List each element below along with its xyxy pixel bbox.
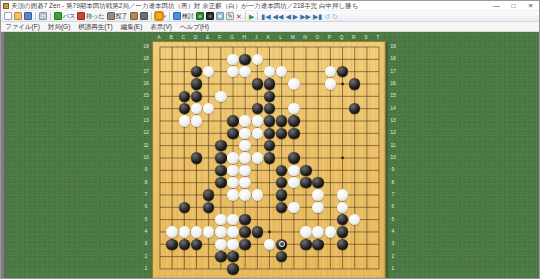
col-label-B: B — [169, 34, 172, 39]
white-stone-button-icon: ● — [216, 12, 224, 20]
black-stone-K13 — [264, 115, 276, 127]
row-label-left-17: 17 — [143, 68, 149, 73]
row-label-right-13: 13 — [390, 117, 396, 122]
row-label-right-10: 10 — [390, 154, 396, 159]
menu-item-0[interactable]: ファイル(F) — [5, 22, 40, 32]
black-stone-B3 — [166, 239, 178, 251]
row-label-right-17: 17 — [390, 68, 396, 73]
white-stone-H9 — [239, 165, 251, 177]
col-label-L: L — [279, 34, 282, 39]
pass-button-label: パス — [63, 12, 75, 21]
toolbar-separator — [245, 12, 246, 20]
nav-forward-button[interactable]: ▶ — [292, 12, 299, 21]
app-icon — [3, 3, 9, 9]
black-stone-M10 — [288, 152, 300, 164]
toolbar-separator — [35, 12, 36, 20]
nav-back10-button[interactable]: ◀◀ — [272, 12, 285, 21]
delete-button[interactable]: ✕ — [235, 12, 243, 21]
row-label-right-16: 16 — [390, 80, 396, 85]
col-label-A: A — [157, 34, 160, 39]
white-stone-M16 — [288, 78, 300, 90]
toolbar-separator — [257, 12, 258, 20]
white-stone-J12 — [252, 128, 264, 140]
black-stone-button[interactable]: ● — [205, 12, 215, 21]
toolbar-separator — [151, 12, 152, 20]
menubar: ファイル(F)対局(G)棋譜再生(T)編集(E)表示(V)ヘルプ(H) — [1, 22, 539, 32]
black-stone-F10 — [215, 152, 227, 164]
black-stone-M12 — [288, 128, 300, 140]
analyze-button[interactable]: 検討 — [172, 12, 195, 21]
white-stone-P4 — [325, 226, 337, 238]
white-stone-P16 — [325, 78, 337, 90]
black-stone-J4 — [252, 226, 264, 238]
white-stone-H10 — [239, 152, 251, 164]
menu-item-4[interactable]: 表示(V) — [150, 22, 172, 32]
white-stone-G17 — [227, 66, 239, 78]
black-stone-H18 — [239, 54, 251, 66]
black-stone-L7 — [276, 189, 288, 201]
black-stone-C3 — [179, 239, 191, 251]
analyze-button-label: 検討 — [182, 12, 194, 21]
row-label-right-7: 7 — [392, 191, 395, 196]
white-stone-M6 — [288, 202, 300, 214]
rotate-right-button-icon: ↻ — [332, 12, 338, 21]
black-stone-G2 — [227, 251, 239, 263]
edit-pencil-button[interactable]: ✎ — [225, 12, 235, 21]
black-stone-R16 — [349, 78, 361, 90]
black-stone-K16 — [264, 78, 276, 90]
col-label-D: D — [194, 34, 198, 39]
row-label-right-15: 15 — [390, 93, 396, 98]
white-stone-Q7 — [337, 189, 349, 201]
undo-move-button[interactable]: 待った — [76, 12, 105, 21]
row-label-right-1: 1 — [392, 265, 395, 270]
white-stone-M8 — [288, 177, 300, 189]
rotate-left-button-icon: ↺ — [324, 12, 330, 21]
black-stone-N9 — [300, 165, 312, 177]
white-stone-J7 — [252, 189, 264, 201]
open-file-button[interactable] — [13, 12, 23, 21]
black-stone-E7 — [203, 189, 215, 201]
row-label-left-7: 7 — [145, 191, 148, 196]
black-stone-G1 — [227, 263, 239, 275]
white-stone-J13 — [252, 115, 264, 127]
row-label-left-6: 6 — [145, 204, 148, 209]
white-stone-M14 — [288, 103, 300, 115]
black-stone-J16 — [252, 78, 264, 90]
col-label-G: G — [230, 34, 234, 39]
play-button[interactable]: ▶ — [248, 12, 255, 21]
white-stone-E4 — [203, 226, 215, 238]
territory-button-icon — [130, 12, 138, 20]
rotate-right-button[interactable]: ↻ — [331, 12, 339, 21]
row-label-left-3: 3 — [145, 241, 148, 246]
app-window: 天頂の囲碁7 Zen - 第79期本因坊戦第2局／一力遼本因坊（黒）対 余正麒（… — [0, 0, 540, 279]
white-stone-F15 — [215, 91, 227, 103]
resign-button-icon — [107, 12, 115, 20]
pass-button-icon — [54, 12, 62, 20]
row-label-left-1: 1 — [145, 265, 148, 270]
white-stone-M9 — [288, 165, 300, 177]
white-stone-D13 — [191, 115, 203, 127]
white-stone-G4 — [227, 226, 239, 238]
col-label-K: K — [267, 34, 270, 39]
row-label-left-14: 14 — [143, 105, 149, 110]
row-label-right-5: 5 — [392, 216, 395, 221]
black-stone-G12 — [227, 128, 239, 140]
black-stone-O3 — [312, 239, 324, 251]
col-label-T: T — [377, 34, 380, 39]
white-stone-O4 — [312, 226, 324, 238]
nav-forward-button-icon: ▶ — [293, 12, 298, 21]
maximize-button[interactable]: □ — [505, 1, 522, 11]
row-label-left-2: 2 — [145, 253, 148, 258]
row-label-right-4: 4 — [392, 228, 395, 233]
save-button[interactable] — [23, 12, 33, 21]
black-stone-F2 — [215, 251, 227, 263]
col-label-O: O — [315, 34, 319, 39]
row-label-left-16: 16 — [143, 80, 149, 85]
row-label-left-11: 11 — [143, 142, 148, 147]
white-stone-G18 — [227, 54, 239, 66]
delete-button-icon: ✕ — [236, 12, 242, 21]
left-panel-edge — [1, 32, 5, 278]
nav-back-button[interactable]: ◀ — [284, 12, 291, 21]
white-stone-J18 — [252, 54, 264, 66]
menu-item-3[interactable]: 編集(E) — [121, 22, 143, 32]
white-stone-C4 — [179, 226, 191, 238]
black-stone-F8 — [215, 177, 227, 189]
edit-pencil-button-icon: ✎ — [226, 12, 234, 20]
col-label-M: M — [291, 34, 295, 39]
white-stone-G8 — [227, 177, 239, 189]
row-label-right-19: 19 — [390, 44, 396, 49]
undo-move-button-label: 待った — [86, 12, 104, 21]
rotate-left-button[interactable]: ↺ — [323, 12, 331, 21]
row-label-left-10: 10 — [143, 154, 149, 159]
black-stone-L13 — [276, 115, 288, 127]
row-label-right-8: 8 — [392, 179, 395, 184]
open-file-button-icon — [14, 12, 22, 20]
white-stone-H12 — [239, 128, 251, 140]
dropdown-caret-icon: ▾ — [164, 13, 167, 19]
print-button-icon: ▭ — [39, 12, 47, 20]
nav-fwd10-button-icon: ▶▶ — [300, 12, 311, 21]
game-info-button-icon — [155, 12, 163, 20]
print-button[interactable]: ▭ — [38, 12, 48, 21]
black-stone-button-icon: ● — [206, 12, 214, 20]
menu-item-5[interactable]: ヘルプ(H) — [180, 22, 209, 32]
nav-first-button[interactable]: ▮◀ — [260, 12, 271, 21]
new-file-button[interactable] — [3, 12, 13, 21]
white-stone-C13 — [179, 115, 191, 127]
minimize-button[interactable]: — — [488, 1, 505, 11]
col-label-C: C — [182, 34, 186, 39]
hint-button-icon: ● — [196, 12, 204, 20]
black-stone-K10 — [264, 152, 276, 164]
row-label-left-5: 5 — [145, 216, 148, 221]
nav-last-button-icon: ▶▮ — [313, 12, 322, 21]
nav-fwd10-button[interactable]: ▶▶ — [299, 12, 312, 21]
row-label-right-2: 2 — [392, 253, 395, 258]
row-label-right-3: 3 — [392, 241, 395, 246]
row-label-left-4: 4 — [145, 228, 148, 233]
menu-item-2[interactable]: 棋譜再生(T) — [78, 22, 112, 32]
row-label-right-14: 14 — [390, 105, 396, 110]
analyze-button-icon — [173, 12, 181, 20]
nav-last-button[interactable]: ▶▮ — [312, 12, 323, 21]
white-stone-N4 — [300, 226, 312, 238]
white-stone-O6 — [312, 202, 324, 214]
territory-button[interactable] — [129, 12, 139, 21]
close-button[interactable]: ✕ — [522, 1, 539, 11]
black-stone-H3 — [239, 239, 251, 251]
resign-button[interactable]: 投了 — [106, 12, 129, 21]
white-stone-J10 — [252, 152, 264, 164]
black-stone-D10 — [191, 152, 203, 164]
new-file-button-icon — [4, 12, 12, 20]
row-label-left-18: 18 — [143, 56, 149, 61]
col-label-N: N — [303, 34, 307, 39]
play-button-icon: ▶ — [249, 12, 254, 21]
white-stone-O7 — [312, 189, 324, 201]
black-stone-F9 — [215, 165, 227, 177]
save-button-icon — [24, 12, 32, 20]
row-label-left-19: 19 — [143, 44, 149, 49]
black-stone-Q4 — [337, 226, 349, 238]
toolbar-separator — [169, 12, 170, 20]
titlebar: 天頂の囲碁7 Zen - 第79期本因坊戦第2局／一力遼本因坊（黒）対 余正麒（… — [1, 1, 539, 11]
col-label-H: H — [242, 34, 246, 39]
last-move-marker — [279, 241, 285, 247]
black-stone-G13 — [227, 115, 239, 127]
undo-move-button-icon — [77, 12, 85, 20]
black-stone-N3 — [300, 239, 312, 251]
black-stone-M13 — [288, 115, 300, 127]
white-stone-H13 — [239, 115, 251, 127]
col-label-F: F — [218, 34, 221, 39]
row-label-left-12: 12 — [143, 130, 149, 135]
col-label-P: P — [328, 34, 331, 39]
black-stone-H4 — [239, 226, 251, 238]
nav-back10-button-icon: ◀◀ — [273, 12, 284, 21]
white-stone-G9 — [227, 165, 239, 177]
count-button[interactable] — [139, 12, 149, 21]
black-stone-D16 — [191, 78, 203, 90]
row-label-left-9: 9 — [145, 167, 148, 172]
black-stone-N8 — [300, 177, 312, 189]
white-stone-G5 — [227, 214, 239, 226]
white-stone-G10 — [227, 152, 239, 164]
row-label-right-11: 11 — [390, 142, 395, 147]
white-stone-H7 — [239, 189, 251, 201]
white-stone-G7 — [227, 189, 239, 201]
resign-button-label: 投了 — [116, 12, 128, 21]
black-stone-F11 — [215, 140, 227, 152]
window-title: 天頂の囲碁7 Zen - 第79期本因坊戦第2局／一力遼本因坊（黒）対 余正麒（… — [11, 1, 486, 11]
pass-button[interactable]: パス — [53, 12, 76, 21]
col-label-J: J — [255, 34, 258, 39]
col-label-S: S — [364, 34, 367, 39]
white-stone-B4 — [166, 226, 178, 238]
nav-first-button-icon: ▮◀ — [261, 12, 270, 21]
white-stone-F5 — [215, 214, 227, 226]
board-area: ABCDEFGHJKLMNOPQRST191918181717161615151… — [1, 32, 539, 278]
count-button-icon — [140, 12, 148, 20]
row-label-right-9: 9 — [392, 167, 395, 172]
col-label-Q: Q — [340, 34, 344, 39]
toolbar: ▭パス待った投了▾検討●●●✎✕▶▮◀◀◀◀▶▶▶▶▮↺↻ — [1, 11, 539, 22]
row-label-right-12: 12 — [390, 130, 396, 135]
row-label-left-15: 15 — [143, 93, 149, 98]
row-label-left-8: 8 — [145, 179, 148, 184]
go-board[interactable] — [152, 41, 386, 279]
menu-item-1[interactable]: 対局(G) — [48, 22, 70, 32]
nav-back-button-icon: ◀ — [285, 12, 290, 21]
white-stone-G3 — [227, 239, 239, 251]
toolbar-separator — [50, 12, 51, 20]
row-label-right-18: 18 — [390, 56, 396, 61]
black-stone-C15 — [179, 91, 191, 103]
white-stone-F3 — [215, 239, 227, 251]
white-stone-D4 — [191, 226, 203, 238]
black-stone-C6 — [179, 202, 191, 214]
game-info-button[interactable]: ▾ — [154, 12, 168, 21]
window-controls: — □ ✕ — [488, 1, 539, 11]
hint-button[interactable]: ● — [195, 12, 205, 21]
col-label-R: R — [352, 34, 356, 39]
row-label-left-13: 13 — [143, 117, 149, 122]
white-stone-button[interactable]: ● — [215, 12, 225, 21]
white-stone-F4 — [215, 226, 227, 238]
row-label-right-6: 6 — [392, 204, 395, 209]
col-label-E: E — [206, 34, 209, 39]
